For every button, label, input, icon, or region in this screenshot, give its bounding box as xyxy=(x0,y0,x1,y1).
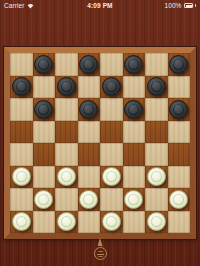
white-checker[interactable] xyxy=(57,167,76,186)
black-checker[interactable] xyxy=(12,77,31,96)
board-cell-d8[interactable] xyxy=(78,53,101,76)
board-cell-a5[interactable] xyxy=(10,121,33,144)
board-cell-f8[interactable] xyxy=(123,53,146,76)
white-checker[interactable] xyxy=(124,190,143,209)
board-cell-f7[interactable] xyxy=(123,76,146,99)
board-cell-a2[interactable] xyxy=(10,188,33,211)
white-checker[interactable] xyxy=(147,212,166,231)
board-cell-a8[interactable] xyxy=(10,53,33,76)
board-cell-d6[interactable] xyxy=(78,98,101,121)
board-cell-f3[interactable] xyxy=(123,166,146,189)
white-checker[interactable] xyxy=(34,190,53,209)
board-cell-e3[interactable] xyxy=(100,166,123,189)
board-cell-g1[interactable] xyxy=(145,211,168,234)
white-checker[interactable] xyxy=(12,212,31,231)
board-cell-e1[interactable] xyxy=(100,211,123,234)
black-checker[interactable] xyxy=(102,77,121,96)
board-cell-c6[interactable] xyxy=(55,98,78,121)
black-checker[interactable] xyxy=(124,55,143,74)
board-cell-h7[interactable] xyxy=(168,76,191,99)
board-cell-e4[interactable] xyxy=(100,143,123,166)
board-cell-g2[interactable] xyxy=(145,188,168,211)
board-cell-c1[interactable] xyxy=(55,211,78,234)
board-cell-e7[interactable] xyxy=(100,76,123,99)
black-checker[interactable] xyxy=(169,55,188,74)
white-checker[interactable] xyxy=(12,167,31,186)
board-cell-c4[interactable] xyxy=(55,143,78,166)
board-cell-e8[interactable] xyxy=(100,53,123,76)
white-checker[interactable] xyxy=(169,190,188,209)
board-cell-d4[interactable] xyxy=(78,143,101,166)
board-cell-e2[interactable] xyxy=(100,188,123,211)
board-cell-a3[interactable] xyxy=(10,166,33,189)
board-cell-d3[interactable] xyxy=(78,166,101,189)
white-checker[interactable] xyxy=(102,167,121,186)
board-cell-g8[interactable] xyxy=(145,53,168,76)
board-cell-f4[interactable] xyxy=(123,143,146,166)
board xyxy=(10,53,190,233)
black-checker[interactable] xyxy=(34,100,53,119)
black-checker[interactable] xyxy=(147,77,166,96)
clock: 4:09 PM xyxy=(0,2,200,9)
board-cell-c5[interactable] xyxy=(55,121,78,144)
board-cell-h8[interactable] xyxy=(168,53,191,76)
board-cell-c2[interactable] xyxy=(55,188,78,211)
board-cell-g7[interactable] xyxy=(145,76,168,99)
board-cell-b5[interactable] xyxy=(33,121,56,144)
status-bar: 4:09 PM Carrier 100% xyxy=(0,0,200,11)
black-checker[interactable] xyxy=(79,100,98,119)
menu-button[interactable] xyxy=(94,247,107,260)
board-cell-h2[interactable] xyxy=(168,188,191,211)
app-background: 4:09 PM Carrier 100% xyxy=(0,0,200,266)
board-cell-f6[interactable] xyxy=(123,98,146,121)
black-checker[interactable] xyxy=(79,55,98,74)
board-cell-e6[interactable] xyxy=(100,98,123,121)
board-cell-e5[interactable] xyxy=(100,121,123,144)
board-cell-d1[interactable] xyxy=(78,211,101,234)
board-cell-a4[interactable] xyxy=(10,143,33,166)
white-checker[interactable] xyxy=(79,190,98,209)
board-cell-b3[interactable] xyxy=(33,166,56,189)
board-cell-a6[interactable] xyxy=(10,98,33,121)
white-checker[interactable] xyxy=(147,167,166,186)
board-cell-a1[interactable] xyxy=(10,211,33,234)
board-cell-a7[interactable] xyxy=(10,76,33,99)
board-cell-b4[interactable] xyxy=(33,143,56,166)
board-cell-g3[interactable] xyxy=(145,166,168,189)
black-checker[interactable] xyxy=(34,55,53,74)
board-cell-b2[interactable] xyxy=(33,188,56,211)
board-cell-b8[interactable] xyxy=(33,53,56,76)
checkers-board-frame xyxy=(4,47,196,239)
board-cell-f2[interactable] xyxy=(123,188,146,211)
white-checker[interactable] xyxy=(57,212,76,231)
board-cell-b6[interactable] xyxy=(33,98,56,121)
board-cell-d5[interactable] xyxy=(78,121,101,144)
board-cell-d7[interactable] xyxy=(78,76,101,99)
board-cell-c8[interactable] xyxy=(55,53,78,76)
board-cell-f5[interactable] xyxy=(123,121,146,144)
board-cell-g4[interactable] xyxy=(145,143,168,166)
board-cell-g6[interactable] xyxy=(145,98,168,121)
black-checker[interactable] xyxy=(57,77,76,96)
board-cell-h4[interactable] xyxy=(168,143,191,166)
white-checker[interactable] xyxy=(102,212,121,231)
board-cell-g5[interactable] xyxy=(145,121,168,144)
black-checker[interactable] xyxy=(124,100,143,119)
board-cell-d2[interactable] xyxy=(78,188,101,211)
board-cell-b1[interactable] xyxy=(33,211,56,234)
board-cell-h5[interactable] xyxy=(168,121,191,144)
board-cell-h6[interactable] xyxy=(168,98,191,121)
board-cell-h1[interactable] xyxy=(168,211,191,234)
board-cell-f1[interactable] xyxy=(123,211,146,234)
board-cell-c3[interactable] xyxy=(55,166,78,189)
black-checker[interactable] xyxy=(169,100,188,119)
board-cell-h3[interactable] xyxy=(168,166,191,189)
up-arrow-icon xyxy=(98,238,103,246)
board-cell-b7[interactable] xyxy=(33,76,56,99)
menu-handle[interactable] xyxy=(0,238,200,260)
board-cell-c7[interactable] xyxy=(55,76,78,99)
